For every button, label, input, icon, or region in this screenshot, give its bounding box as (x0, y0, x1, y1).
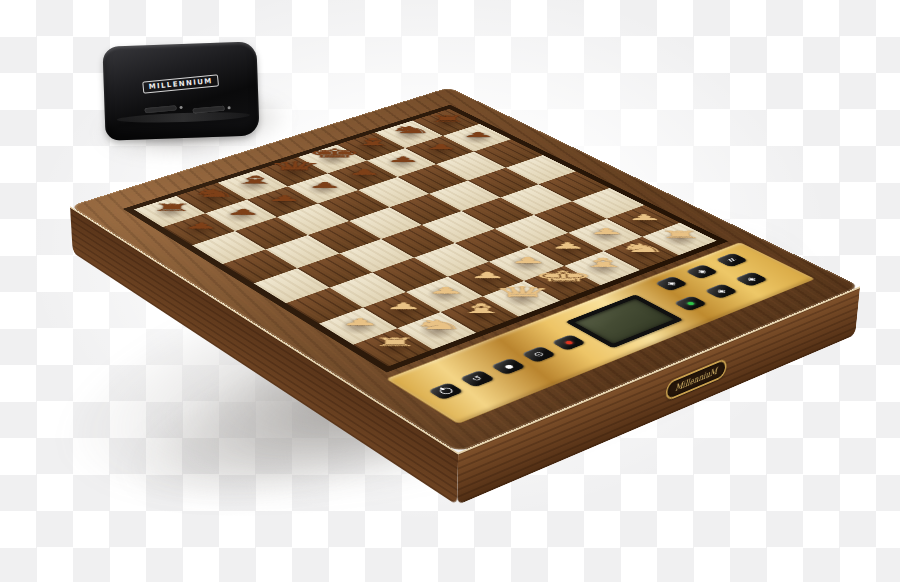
square-f1[interactable]: ♝ (564, 251, 640, 285)
square-c5[interactable] (308, 221, 381, 253)
white-queen[interactable]: ♛ (473, 285, 571, 300)
piece-shadow (540, 238, 593, 261)
power-button[interactable] (428, 382, 465, 400)
piece-shadow (575, 256, 629, 280)
white-king[interactable]: ♚ (514, 269, 611, 284)
square-d5[interactable] (349, 207, 422, 239)
white-rook[interactable]: ♜ (344, 336, 444, 348)
white-pawn[interactable]: ♟ (598, 213, 691, 221)
black-pawn[interactable]: ♟ (359, 155, 446, 163)
white-pawn[interactable]: ♟ (439, 271, 535, 280)
square-d3[interactable] (414, 243, 489, 277)
white-knight[interactable]: ♞ (388, 318, 487, 331)
wireless-module-box: MILLENNIUM (102, 41, 259, 140)
diamond-arrow-icon: ◈ (694, 268, 710, 275)
square-d2[interactable]: ♟ (448, 262, 524, 297)
piece-shadow (653, 227, 706, 250)
square-a5[interactable] (223, 249, 298, 283)
green-led-button[interactable] (673, 296, 707, 312)
square-b5[interactable] (266, 235, 340, 268)
square-g3[interactable] (534, 201, 607, 232)
piece-shadow (452, 302, 507, 328)
dot-icon: ● (501, 363, 515, 370)
square-b3[interactable] (330, 272, 406, 307)
power-icon (437, 387, 455, 396)
white-bishop[interactable]: ♝ (555, 256, 651, 268)
square-e1[interactable]: ♚ (524, 266, 601, 301)
nav-up-button[interactable]: ◈ (654, 276, 688, 291)
clock-button[interactable]: ⊙ (521, 346, 557, 363)
square-h1[interactable]: ♜ (642, 223, 716, 256)
black-pawn[interactable]: ♟ (197, 208, 288, 216)
module-brand-logo: MILLENNIUM (142, 74, 219, 93)
menu-icon: ≡ (723, 256, 740, 263)
piece-shadow (374, 297, 429, 323)
lcd-screen (574, 299, 674, 344)
square-d4[interactable] (381, 225, 455, 258)
square-b2[interactable]: ♟ (363, 292, 441, 328)
undo-icon: ↺ (469, 374, 487, 383)
module-indicator-label-left (144, 105, 176, 113)
black-pawn[interactable]: ♟ (280, 181, 369, 189)
square-a3[interactable] (286, 288, 363, 324)
black-pawn[interactable]: ♟ (239, 194, 329, 202)
white-rook[interactable]: ♜ (633, 229, 727, 239)
menu-button[interactable]: ≡ (715, 253, 748, 268)
piece-shadow (331, 313, 386, 339)
piece-shadow (500, 252, 553, 276)
nav-left-button[interactable]: ◈ (704, 283, 738, 298)
square-c3[interactable] (372, 258, 448, 292)
square-a1[interactable]: ♜ (353, 328, 433, 366)
product-photo-stage: MILLENNIUM ♜♞♝♛♚♝♞♜♟♟♟♟♟♟♟♟♟♟♟♟♟♟♟♟♜♞♝♛♚… (0, 0, 900, 582)
white-pawn[interactable]: ♟ (397, 286, 494, 295)
square-e2[interactable]: ♟ (489, 247, 564, 281)
square-d1[interactable]: ♛ (483, 281, 560, 317)
square-f3[interactable] (495, 215, 568, 247)
black-rook[interactable]: ♜ (405, 114, 489, 122)
diamond-arrow-icon: ◈ (713, 287, 729, 295)
square-c2[interactable]: ♟ (406, 277, 483, 312)
chessboard-3d-anchor: ♜♞♝♛♚♝♞♜♟♟♟♟♟♟♟♟♟♟♟♟♟♟♟♟♜♞♝♛♚♝♞♜ ↺●⊙ ◈◈≡… (70, 206, 562, 582)
white-pawn[interactable]: ♟ (520, 241, 614, 250)
diamond-arrow-icon: ◈ (743, 275, 759, 282)
piece-shadow (535, 271, 589, 296)
nav-down-button[interactable]: ◈ (734, 272, 768, 287)
square-f2[interactable]: ♟ (529, 233, 604, 266)
piece-shadow (417, 282, 471, 307)
square-a7[interactable]: ♟ (163, 213, 235, 245)
square-e4[interactable] (422, 211, 495, 243)
square-b1[interactable]: ♞ (397, 312, 476, 349)
square-g1[interactable]: ♞ (604, 237, 679, 270)
piece-shadow (494, 286, 549, 311)
takeback-button[interactable]: ↺ (459, 370, 495, 387)
white-knight[interactable]: ♞ (594, 242, 689, 254)
square-h2[interactable]: ♟ (607, 205, 680, 237)
square-a6[interactable] (192, 231, 265, 264)
red-led-icon (564, 340, 573, 344)
white-pawn[interactable]: ♟ (480, 256, 575, 265)
piece-shadow (459, 267, 513, 291)
black-pawn[interactable]: ♟ (154, 221, 246, 229)
square-c4[interactable] (340, 239, 414, 272)
module-indicator-label-right (193, 106, 225, 114)
piece-shadow (409, 317, 465, 343)
lcd-display (565, 294, 683, 348)
module-top-face: MILLENNIUM (102, 41, 259, 140)
square-c1[interactable]: ♝ (441, 296, 519, 332)
green-led-icon (686, 301, 695, 305)
clock-icon: ⊙ (530, 350, 547, 359)
square-a2[interactable]: ♟ (319, 308, 397, 345)
square-a4[interactable] (254, 268, 330, 303)
square-b4[interactable] (297, 253, 372, 287)
black-pawn[interactable]: ♟ (397, 143, 483, 150)
square-e3[interactable] (455, 229, 529, 262)
black-pawn[interactable]: ♟ (320, 168, 408, 176)
piece-shadow (579, 223, 631, 246)
nav-right-button[interactable]: ◈ (685, 264, 719, 279)
white-bishop[interactable]: ♝ (431, 302, 529, 315)
black-pawn[interactable]: ♟ (435, 131, 521, 138)
white-pawn[interactable]: ♟ (310, 317, 409, 327)
white-dot-button[interactable]: ● (490, 358, 526, 375)
piece-shadow (365, 334, 421, 361)
white-pawn[interactable]: ♟ (559, 227, 652, 235)
square-g2[interactable]: ♟ (568, 219, 642, 251)
piece-shadow (615, 242, 668, 266)
white-pawn[interactable]: ♟ (354, 301, 451, 310)
brand-plate-text: MillenniuM (675, 366, 718, 393)
diamond-arrow-icon: ◈ (663, 280, 679, 288)
red-led-button[interactable] (551, 334, 586, 351)
